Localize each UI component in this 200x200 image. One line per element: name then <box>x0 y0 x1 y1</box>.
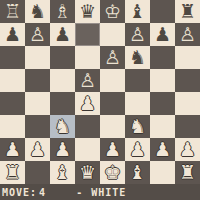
square-d7[interactable] <box>75 23 100 46</box>
piece-black-knight: ♞ <box>29 0 46 23</box>
piece-black-pawn: ♙ <box>104 46 121 69</box>
square-d6[interactable] <box>75 46 100 69</box>
status-bar: MOVE: 4 - WHITE <box>0 184 200 200</box>
square-a6[interactable] <box>0 46 25 69</box>
piece-black-pawn: ♙ <box>179 23 196 46</box>
square-g8[interactable] <box>150 0 175 23</box>
square-a2[interactable]: ♟ <box>0 138 25 161</box>
square-a1[interactable]: ♜ <box>0 161 25 184</box>
piece-black-pawn: ♙ <box>129 23 146 46</box>
move-label: MOVE: <box>2 187 37 198</box>
square-d3[interactable] <box>75 115 100 138</box>
square-h8[interactable]: ♜ <box>175 0 200 23</box>
square-e8[interactable]: ♔ <box>100 0 125 23</box>
piece-black-queen: ♛ <box>79 0 96 23</box>
square-h5[interactable] <box>175 69 200 92</box>
piece-white-pawn: ♟ <box>154 138 171 161</box>
turn-separator: - <box>76 187 83 198</box>
piece-white-pawn: ♟ <box>29 138 46 161</box>
piece-white-rook: ♜ <box>4 161 21 184</box>
square-g4[interactable] <box>150 92 175 115</box>
square-c4[interactable] <box>50 92 75 115</box>
chess-board: ♖♞♗♛♔♝♜♟♙♟♙♟♙♙♞♙♟♞♞♟♟♟♟♟♟♟♜♝♛♚♝♜ <box>0 0 200 184</box>
piece-white-knight: ♞ <box>129 115 146 138</box>
square-h3[interactable] <box>175 115 200 138</box>
square-f8[interactable]: ♝ <box>125 0 150 23</box>
square-f6[interactable]: ♞ <box>125 46 150 69</box>
piece-black-rook: ♜ <box>179 0 196 23</box>
square-d5[interactable]: ♙ <box>75 69 100 92</box>
square-d2[interactable] <box>75 138 100 161</box>
square-f2[interactable]: ♟ <box>125 138 150 161</box>
square-f7[interactable]: ♙ <box>125 23 150 46</box>
square-h2[interactable]: ♟ <box>175 138 200 161</box>
square-f1[interactable]: ♝ <box>125 161 150 184</box>
piece-white-knight: ♞ <box>54 115 71 138</box>
square-f5[interactable] <box>125 69 150 92</box>
chess-app: ♖♞♗♛♔♝♜♟♙♟♙♟♙♙♞♙♟♞♞♟♟♟♟♟♟♟♜♝♛♚♝♜ MOVE: 4… <box>0 0 200 200</box>
square-a4[interactable] <box>0 92 25 115</box>
piece-white-queen: ♛ <box>79 161 96 184</box>
square-b5[interactable] <box>25 69 50 92</box>
square-b7[interactable]: ♙ <box>25 23 50 46</box>
square-e7[interactable] <box>100 23 125 46</box>
piece-white-pawn: ♟ <box>54 138 71 161</box>
piece-white-pawn: ♟ <box>129 138 146 161</box>
piece-white-pawn: ♟ <box>104 138 121 161</box>
square-f4[interactable] <box>125 92 150 115</box>
square-b1[interactable] <box>25 161 50 184</box>
square-g5[interactable] <box>150 69 175 92</box>
piece-white-pawn: ♟ <box>179 138 196 161</box>
square-b8[interactable]: ♞ <box>25 0 50 23</box>
piece-black-knight: ♞ <box>129 46 146 69</box>
square-c2[interactable]: ♟ <box>50 138 75 161</box>
piece-white-bishop: ♝ <box>129 161 146 184</box>
square-h7[interactable]: ♙ <box>175 23 200 46</box>
piece-black-king: ♔ <box>104 0 121 23</box>
square-c3[interactable]: ♞ <box>50 115 75 138</box>
square-b4[interactable] <box>25 92 50 115</box>
square-g2[interactable]: ♟ <box>150 138 175 161</box>
piece-white-king: ♚ <box>104 161 121 184</box>
square-h4[interactable] <box>175 92 200 115</box>
square-e1[interactable]: ♚ <box>100 161 125 184</box>
square-d4[interactable]: ♟ <box>75 92 100 115</box>
square-e6[interactable]: ♙ <box>100 46 125 69</box>
square-g1[interactable] <box>150 161 175 184</box>
square-a8[interactable]: ♖ <box>0 0 25 23</box>
square-g6[interactable] <box>150 46 175 69</box>
square-g7[interactable]: ♟ <box>150 23 175 46</box>
piece-black-pawn: ♙ <box>29 23 46 46</box>
square-c1[interactable]: ♝ <box>50 161 75 184</box>
square-c5[interactable] <box>50 69 75 92</box>
square-f3[interactable]: ♞ <box>125 115 150 138</box>
square-c6[interactable] <box>50 46 75 69</box>
square-d8[interactable]: ♛ <box>75 0 100 23</box>
square-e4[interactable] <box>100 92 125 115</box>
turn-indicator: WHITE <box>91 187 126 198</box>
square-c8[interactable]: ♗ <box>50 0 75 23</box>
square-a5[interactable] <box>0 69 25 92</box>
piece-black-rook: ♖ <box>4 0 21 23</box>
square-e2[interactable]: ♟ <box>100 138 125 161</box>
piece-white-bishop: ♝ <box>54 161 71 184</box>
square-g3[interactable] <box>150 115 175 138</box>
square-d1[interactable]: ♛ <box>75 161 100 184</box>
piece-black-pawn: ♙ <box>79 69 96 92</box>
square-c7[interactable]: ♟ <box>50 23 75 46</box>
square-b2[interactable]: ♟ <box>25 138 50 161</box>
piece-white-pawn: ♟ <box>79 92 96 115</box>
piece-white-rook: ♜ <box>179 161 196 184</box>
square-h1[interactable]: ♜ <box>175 161 200 184</box>
piece-black-pawn: ♟ <box>4 23 21 46</box>
piece-black-pawn: ♟ <box>154 23 171 46</box>
square-e3[interactable] <box>100 115 125 138</box>
square-a7[interactable]: ♟ <box>0 23 25 46</box>
square-e5[interactable] <box>100 69 125 92</box>
square-b3[interactable] <box>25 115 50 138</box>
move-number: 4 <box>39 187 46 198</box>
piece-black-bishop: ♝ <box>129 0 146 23</box>
piece-white-pawn: ♟ <box>4 138 21 161</box>
piece-black-pawn: ♟ <box>54 23 71 46</box>
square-h6[interactable] <box>175 46 200 69</box>
square-a3[interactable] <box>0 115 25 138</box>
square-b6[interactable] <box>25 46 50 69</box>
piece-black-bishop: ♗ <box>54 0 71 23</box>
